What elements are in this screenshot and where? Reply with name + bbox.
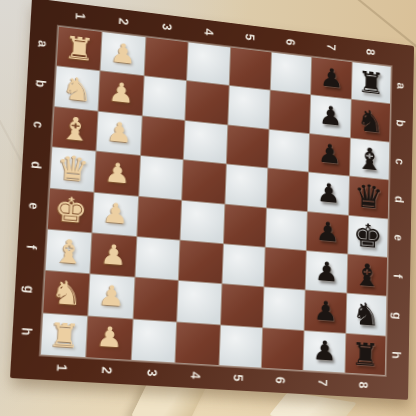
- file-label-left-d: d: [29, 160, 43, 169]
- file-label-right-f: f: [392, 274, 404, 279]
- rank-label-top-5: 5: [244, 33, 257, 41]
- rank-label-top-4: 4: [202, 28, 215, 36]
- rank-label-bottom-5: 5: [232, 374, 245, 382]
- rank-label-bottom-3: 3: [145, 369, 159, 377]
- coordinate-labels: 1122334455667788aabbccddeeffgghh: [10, 0, 414, 400]
- file-label-right-g: g: [391, 311, 403, 319]
- file-label-right-d: d: [393, 195, 405, 203]
- file-label-left-e: e: [27, 202, 41, 210]
- file-label-right-c: c: [394, 157, 406, 165]
- rank-label-top-3: 3: [160, 23, 173, 31]
- rank-label-bottom-6: 6: [274, 376, 287, 384]
- rank-label-bottom-2: 2: [100, 366, 114, 374]
- file-label-left-b: b: [34, 79, 48, 88]
- rank-label-bottom-7: 7: [316, 379, 329, 387]
- chess-board: ♜♟♟♜♞♟♟♞♝♟♟♝♛♟♟♛♚♟♟♚♝♟♟♝♞♟♟♞♜♟♟♜ 1122334…: [10, 0, 414, 400]
- rank-label-bottom-4: 4: [189, 371, 203, 379]
- file-label-left-g: g: [22, 285, 37, 294]
- file-label-right-h: h: [390, 351, 402, 359]
- photo-scene: ♜♟♟♜♞♟♟♞♝♟♟♝♛♟♟♛♚♟♟♚♝♟♟♝♞♟♟♞♜♟♟♜ 1122334…: [0, 0, 416, 416]
- rank-label-top-6: 6: [285, 38, 298, 46]
- file-label-right-a: a: [395, 82, 407, 90]
- rank-label-top-2: 2: [117, 17, 131, 25]
- rank-label-bottom-8: 8: [357, 381, 370, 389]
- file-label-right-b: b: [395, 119, 407, 127]
- rank-label-top-1: 1: [74, 12, 88, 20]
- rank-label-bottom-1: 1: [55, 364, 69, 372]
- file-label-left-f: f: [25, 245, 39, 250]
- file-label-left-a: a: [36, 40, 50, 48]
- file-label-right-e: e: [393, 234, 405, 242]
- file-label-left-h: h: [20, 327, 35, 336]
- rank-label-top-8: 8: [364, 48, 376, 56]
- rank-label-top-7: 7: [325, 43, 337, 51]
- file-label-left-c: c: [32, 120, 46, 128]
